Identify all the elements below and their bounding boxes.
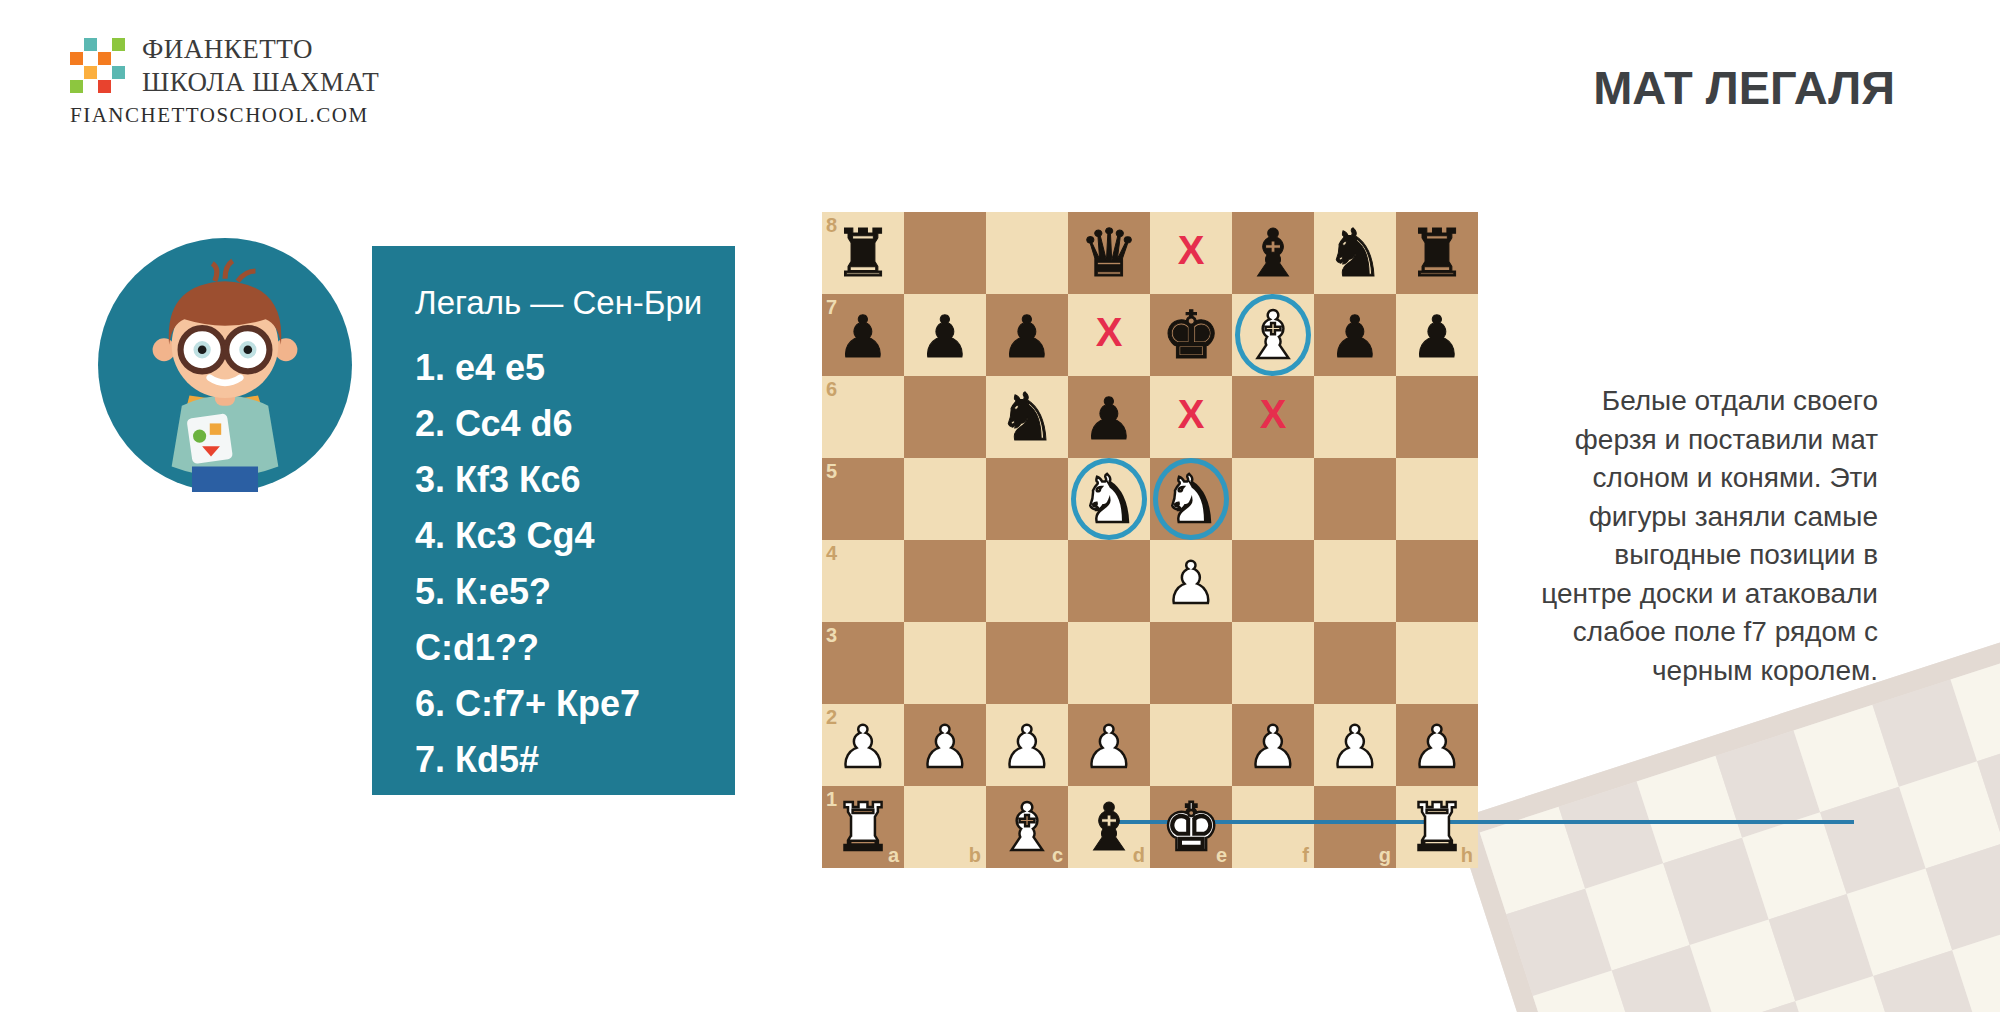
highlight-circle-f7 (1235, 294, 1311, 376)
logo-square-empty (70, 66, 83, 79)
x-mark-f6: X (1232, 376, 1314, 458)
square-f7: ♝ (1232, 294, 1314, 376)
move-list: 1. e4 e52. Сс4 d63. Кf3 Кс64. Кс3 Сg45. … (415, 340, 719, 788)
black-pawn-h7: ♟ (1396, 294, 1478, 376)
square-e7: ♚ (1150, 294, 1232, 376)
logo-website: FIANCHETTOSCHOOL.COM (70, 103, 369, 128)
square-e4: ♟ (1150, 540, 1232, 622)
black-pawn-a7: ♟ (822, 294, 904, 376)
square-d6: ♟ (1068, 376, 1150, 458)
black-knight-c6: ♞ (986, 376, 1068, 458)
square-d1: d♝ (1068, 786, 1150, 868)
square-b6 (904, 376, 986, 458)
white-pawn-d2: ♟ (1068, 704, 1150, 786)
square-b2: ♟ (904, 704, 986, 786)
black-pawn-c7: ♟ (986, 294, 1068, 376)
square-g5 (1314, 458, 1396, 540)
lesson-description: Белые отдали своего ферзя и поставили ма… (1526, 382, 1878, 690)
square-g6 (1314, 376, 1396, 458)
square-g1: g (1314, 786, 1396, 868)
white-king-e1: ♚ (1150, 786, 1232, 868)
student-avatar (98, 238, 352, 492)
square-a2: 2♟ (822, 704, 904, 786)
square-a6: 6 (822, 376, 904, 458)
logo-square-empty (112, 52, 125, 65)
black-bishop-f8: ♝ (1232, 212, 1314, 294)
square-g4 (1314, 540, 1396, 622)
square-g2: ♟ (1314, 704, 1396, 786)
logo-square-teal (112, 66, 125, 79)
fianchetto-logo-icon (70, 38, 128, 96)
square-b7: ♟ (904, 294, 986, 376)
black-bishop-d1: ♝ (1068, 786, 1150, 868)
square-h5 (1396, 458, 1478, 540)
square-e5: ♞ (1150, 458, 1232, 540)
white-bishop-c1: ♝ (986, 786, 1068, 868)
square-a7: 7♟ (822, 294, 904, 376)
white-pawn-c2: ♟ (986, 704, 1068, 786)
square-a8: 8♜ (822, 212, 904, 294)
square-c3 (986, 622, 1068, 704)
white-pawn-a2: ♟ (822, 704, 904, 786)
square-e3 (1150, 622, 1232, 704)
square-d2: ♟ (1068, 704, 1150, 786)
square-b5 (904, 458, 986, 540)
square-c5 (986, 458, 1068, 540)
square-d8: ♛ (1068, 212, 1150, 294)
move-1: 1. e4 e5 (415, 340, 719, 396)
square-a4: 4 (822, 540, 904, 622)
page-title: МАТ ЛЕГАЛЯ (1593, 60, 1895, 115)
square-h2: ♟ (1396, 704, 1478, 786)
square-a3: 3 (822, 622, 904, 704)
black-rook-h8: ♜ (1396, 212, 1478, 294)
square-f4 (1232, 540, 1314, 622)
square-c4 (986, 540, 1068, 622)
x-mark-e8: X (1150, 212, 1232, 294)
logo-square-empty (98, 66, 111, 79)
move-2: 2. Сс4 d6 (415, 396, 719, 452)
square-g7: ♟ (1314, 294, 1396, 376)
file-label-g: g (1379, 844, 1391, 867)
square-b8 (904, 212, 986, 294)
square-h4 (1396, 540, 1478, 622)
square-d4 (1068, 540, 1150, 622)
square-f8: ♝ (1232, 212, 1314, 294)
logo-square-empty (112, 80, 125, 93)
square-d7: X (1068, 294, 1150, 376)
square-c2: ♟ (986, 704, 1068, 786)
square-f3 (1232, 622, 1314, 704)
white-rook-h1: ♜ (1396, 786, 1478, 868)
file-label-b: b (969, 844, 981, 867)
square-f6: X (1232, 376, 1314, 458)
move-4: 4. Кс3 Сg4 (415, 508, 719, 564)
file-label-f: f (1302, 844, 1309, 867)
square-c6: ♞ (986, 376, 1068, 458)
moves-panel: Легаль — Сен-Бри 1. e4 e52. Сс4 d63. Кf3… (372, 246, 735, 795)
logo-square-empty (84, 52, 97, 65)
square-h6 (1396, 376, 1478, 458)
move-7: 6. С:f7+ Кре7 (415, 676, 719, 732)
logo-square-empty (84, 80, 97, 93)
square-h3 (1396, 622, 1478, 704)
square-d5: ♞ (1068, 458, 1150, 540)
square-f1: f (1232, 786, 1314, 868)
square-e2 (1150, 704, 1232, 786)
white-pawn-f2: ♟ (1232, 704, 1314, 786)
square-e8: X (1150, 212, 1232, 294)
white-rook-a1: ♜ (822, 786, 904, 868)
white-pawn-h2: ♟ (1396, 704, 1478, 786)
black-pawn-d6: ♟ (1068, 376, 1150, 458)
rank-label-3: 3 (826, 624, 837, 647)
logo-school-name: ФИАНКЕТТО ШКОЛА ШАХМАТ (142, 33, 379, 99)
move-5: 5. К:е5? (415, 564, 719, 620)
move-3: 3. Кf3 Кс6 (415, 452, 719, 508)
chess-board: 8♜♛X♝♞♜7♟♟♟X♚♝♟♟6♞♟XX5♞♞4♟32♟♟♟♟♟♟♟1a♜bc… (822, 212, 1478, 868)
logo-square-empty (70, 38, 83, 51)
square-e1: e♚ (1150, 786, 1232, 868)
x-mark-d7: X (1068, 294, 1150, 376)
square-h7: ♟ (1396, 294, 1478, 376)
student-avatar-illustration (98, 238, 352, 492)
square-c8 (986, 212, 1068, 294)
move-8: 7. Кd5# (415, 732, 719, 788)
square-e6: X (1150, 376, 1232, 458)
highlight-circle-d5 (1071, 458, 1147, 540)
square-a5: 5 (822, 458, 904, 540)
square-h1: h♜ (1396, 786, 1478, 868)
move-6: С:d1?? (415, 620, 719, 676)
square-b4 (904, 540, 986, 622)
logo-square-red (98, 80, 111, 93)
black-pawn-g7: ♟ (1314, 294, 1396, 376)
logo-square-teal (84, 38, 97, 51)
game-players-header: Легаль — Сен-Бри (415, 284, 719, 322)
white-pawn-e4: ♟ (1150, 540, 1232, 622)
square-g3 (1314, 622, 1396, 704)
square-f5 (1232, 458, 1314, 540)
x-mark-e6: X (1150, 376, 1232, 458)
black-pawn-b7: ♟ (904, 294, 986, 376)
logo-square-green (70, 80, 83, 93)
white-pawn-b2: ♟ (904, 704, 986, 786)
rank-label-6: 6 (826, 378, 837, 401)
square-b3 (904, 622, 986, 704)
black-queen-d8: ♛ (1068, 212, 1150, 294)
highlight-circle-e5 (1153, 458, 1229, 540)
square-c1: c♝ (986, 786, 1068, 868)
logo-square-amber (84, 66, 97, 79)
white-pawn-g2: ♟ (1314, 704, 1396, 786)
square-a1: 1a♜ (822, 786, 904, 868)
square-b1: b (904, 786, 986, 868)
square-h8: ♜ (1396, 212, 1478, 294)
square-g8: ♞ (1314, 212, 1396, 294)
logo-square-orange (98, 52, 111, 65)
square-f2: ♟ (1232, 704, 1314, 786)
black-king-e7: ♚ (1150, 294, 1232, 376)
rank-label-4: 4 (826, 542, 837, 565)
square-d3 (1068, 622, 1150, 704)
black-knight-g8: ♞ (1314, 212, 1396, 294)
rank-label-5: 5 (826, 460, 837, 483)
black-rook-a8: ♜ (822, 212, 904, 294)
square-c7: ♟ (986, 294, 1068, 376)
logo-square-orange (70, 52, 83, 65)
logo-square-empty (98, 38, 111, 51)
logo-square-green (112, 38, 125, 51)
